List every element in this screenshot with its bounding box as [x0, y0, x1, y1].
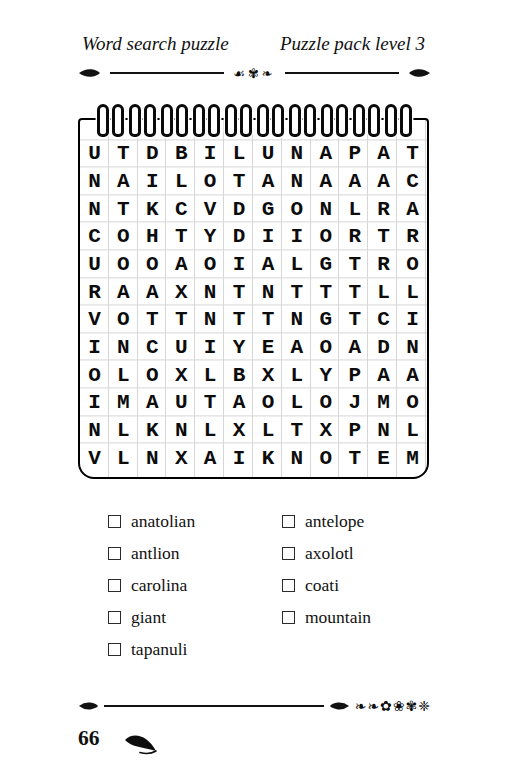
grid-cell-r10c4[interactable]: U — [167, 389, 196, 417]
binding-ring-7 — [289, 104, 316, 137]
binding-ring-2 — [129, 104, 156, 137]
grid-cell-r7c9[interactable]: G — [311, 306, 340, 334]
ring-loop-icon — [161, 104, 173, 137]
word-item-giant: giant — [108, 601, 282, 633]
grid-cell-r9c11[interactable]: A — [369, 361, 398, 389]
grid-cell-r10c1[interactable]: I — [80, 389, 109, 417]
grid-cell-r6c6[interactable]: T — [225, 278, 254, 306]
grid-cell-r11c9[interactable]: X — [311, 417, 340, 445]
grid-cell-r4c5[interactable]: Y — [196, 223, 225, 251]
binding-ring-3 — [161, 104, 188, 137]
pack-level-title: Puzzle pack level 3 — [280, 33, 425, 55]
word-label: giant — [131, 608, 166, 627]
ring-loop-icon — [208, 104, 220, 137]
grid-cell-r9c4[interactable]: X — [167, 361, 196, 389]
grid-cell-r5c7[interactable]: A — [253, 251, 282, 279]
ring-loop-icon — [97, 104, 109, 137]
grid-cell-r9c12[interactable]: A — [398, 361, 427, 389]
grid-cell-r5c6[interactable]: I — [225, 251, 254, 279]
binding-ring-6 — [257, 104, 284, 137]
grid-cell-r11c10[interactable]: P — [340, 417, 369, 445]
grid-cell-r12c4[interactable]: X — [167, 444, 196, 472]
grid-cell-r10c12[interactable]: O — [398, 389, 427, 417]
grid-cell-r10c3[interactable]: A — [138, 389, 167, 417]
grid-cell-r11c7[interactable]: L — [253, 417, 282, 445]
top-divider: ☙✾❧ — [78, 63, 431, 83]
grid-cell-r2c12[interactable]: C — [398, 168, 427, 196]
grid-cell-r2c8[interactable]: N — [282, 168, 311, 196]
ring-loop-icon — [112, 104, 124, 137]
grid-cell-r2c1[interactable]: N — [80, 168, 109, 196]
grid-cell-r6c2[interactable]: A — [109, 278, 138, 306]
grid-cell-r6c12[interactable]: L — [398, 278, 427, 306]
grid-cell-r12c3[interactable]: N — [138, 444, 167, 472]
divider-line — [110, 72, 224, 74]
grid-cell-r7c12[interactable]: I — [398, 306, 427, 334]
grid-cell-r11c4[interactable]: N — [167, 417, 196, 445]
grid-cell-r2c3[interactable]: I — [138, 168, 167, 196]
grid-cell-r7c2[interactable]: O — [109, 306, 138, 334]
grid-cell-r4c7[interactable]: I — [253, 223, 282, 251]
grid-cell-r10c11[interactable]: M — [369, 389, 398, 417]
ring-loop-icon — [225, 104, 237, 137]
grid-cell-r7c6[interactable]: T — [225, 306, 254, 334]
grid-cell-r1c2[interactable]: T — [109, 140, 138, 168]
grid-cell-r3c1[interactable]: N — [80, 195, 109, 223]
word-checkbox-mountain[interactable] — [282, 611, 295, 624]
grid-cell-r5c10[interactable]: T — [340, 251, 369, 279]
grid-cell-r11c1[interactable]: N — [80, 417, 109, 445]
grid-cell-r4c9[interactable]: O — [311, 223, 340, 251]
grid-cell-r10c8[interactable]: L — [282, 389, 311, 417]
word-label: tapanuli — [131, 640, 187, 659]
grid-cell-r4c8[interactable]: I — [282, 223, 311, 251]
grid-cell-r6c4[interactable]: X — [167, 278, 196, 306]
grid-cell-r1c12[interactable]: T — [398, 140, 427, 168]
grid-cell-r11c6[interactable]: X — [225, 417, 254, 445]
grid-cell-r12c5[interactable]: A — [196, 444, 225, 472]
grid-cell-r4c2[interactable]: O — [109, 223, 138, 251]
grid-cell-r3c7[interactable]: G — [253, 195, 282, 223]
grid-cell-r12c7[interactable]: K — [253, 444, 282, 472]
grid-cell-r8c12[interactable]: N — [398, 334, 427, 362]
grid-cell-r3c4[interactable]: C — [167, 195, 196, 223]
grid-cell-r10c2[interactable]: M — [109, 389, 138, 417]
grid-cell-r9c8[interactable]: L — [282, 361, 311, 389]
word-item-coati: coati — [282, 569, 371, 601]
grid-cell-r6c3[interactable]: A — [138, 278, 167, 306]
grid-cell-r10c7[interactable]: O — [253, 389, 282, 417]
word-label: anatolian — [131, 512, 195, 531]
word-label: coati — [305, 576, 339, 595]
ring-loop-icon — [368, 104, 380, 137]
grid-cell-r9c1[interactable]: O — [80, 361, 109, 389]
grid-cell-r2c10[interactable]: A — [340, 168, 369, 196]
grid-cell-r8c4[interactable]: U — [167, 334, 196, 362]
puzzle-page: Word search puzzle Puzzle pack level 3 ☙… — [0, 0, 505, 781]
grid-cell-r8c1[interactable]: I — [80, 334, 109, 362]
grid-cell-r7c5[interactable]: N — [196, 306, 225, 334]
page-title: Word search puzzle — [82, 33, 229, 55]
word-label: axolotl — [305, 544, 354, 563]
grid-cell-r2c4[interactable]: L — [167, 168, 196, 196]
grid-cell-r4c11[interactable]: T — [369, 223, 398, 251]
binding-ring-9 — [353, 104, 380, 137]
word-label: carolina — [131, 576, 187, 595]
grid-cell-r2c5[interactable]: O — [196, 168, 225, 196]
word-column-1: anatolianantlioncarolinagianttapanuli — [108, 505, 282, 665]
binding-ring-1 — [97, 104, 124, 137]
grid-cell-r6c7[interactable]: N — [253, 278, 282, 306]
leaf-icon — [78, 701, 99, 711]
grid-cell-r7c4[interactable]: T — [167, 306, 196, 334]
divider-line — [285, 72, 399, 74]
grid-cell-r5c2[interactable]: O — [109, 251, 138, 279]
ring-loop-icon — [289, 104, 301, 137]
grid-cell-r5c3[interactable]: O — [138, 251, 167, 279]
grid-cell-r8c2[interactable]: N — [109, 334, 138, 362]
word-item-mountain: mountain — [282, 601, 371, 633]
word-list: anatolianantlioncarolinagianttapanuli an… — [108, 505, 371, 665]
word-label: mountain — [305, 608, 371, 627]
grid-cell-r10c6[interactable]: A — [225, 389, 254, 417]
grid-cell-r8c10[interactable]: A — [340, 334, 369, 362]
grid-cell-r8c11[interactable]: D — [369, 334, 398, 362]
grid-cell-r1c7[interactable]: U — [253, 140, 282, 168]
grid-cell-r4c4[interactable]: T — [167, 223, 196, 251]
grid-cell-r6c11[interactable]: L — [369, 278, 398, 306]
grid-cell-r7c3[interactable]: T — [138, 306, 167, 334]
grid-cell-r12c10[interactable]: T — [340, 444, 369, 472]
grid-cell-r7c1[interactable]: V — [80, 306, 109, 334]
ring-loop-icon — [257, 104, 269, 137]
page-number: 66 — [78, 726, 100, 751]
grid-cell-r3c10[interactable]: L — [340, 195, 369, 223]
grid-cell-r2c6[interactable]: T — [225, 168, 254, 196]
grid-cell-r10c5[interactable]: T — [196, 389, 225, 417]
binding-ring-4 — [193, 104, 220, 137]
grid-cell-r3c6[interactable]: D — [225, 195, 254, 223]
grid-cell-r3c2[interactable]: T — [109, 195, 138, 223]
leaf-icon — [78, 68, 101, 78]
footer-divider: ❧❧✿❀✾❈ — [78, 696, 431, 716]
word-checkbox-anatolian[interactable] — [108, 515, 121, 528]
grid-cell-r11c8[interactable]: T — [282, 417, 311, 445]
word-checkbox-antelope[interactable] — [282, 515, 295, 528]
grid-cell-r12c9[interactable]: O — [311, 444, 340, 472]
ring-loop-icon — [385, 104, 397, 137]
word-checkbox-antlion[interactable] — [108, 547, 121, 560]
grid-cell-r1c4[interactable]: B — [167, 140, 196, 168]
flourish-ornament-icon: ❧❧✿❀✾❈ — [355, 699, 431, 713]
word-checkbox-giant[interactable] — [108, 611, 121, 624]
grid-cell-r11c2[interactable]: L — [109, 417, 138, 445]
grid-cell-r9c6[interactable]: B — [225, 361, 254, 389]
grid-cell-r2c7[interactable]: A — [253, 168, 282, 196]
grid-cell-r6c10[interactable]: T — [340, 278, 369, 306]
grid-cell-r11c3[interactable]: K — [138, 417, 167, 445]
binding-ring-8 — [321, 104, 348, 137]
word-item-anatolian: anatolian — [108, 505, 282, 537]
grid-cell-r7c8[interactable]: N — [282, 306, 311, 334]
grid-cell-r8c5[interactable]: I — [196, 334, 225, 362]
leaf-icon — [329, 701, 350, 711]
ring-loop-icon — [129, 104, 141, 137]
grid-cell-r5c4[interactable]: A — [167, 251, 196, 279]
grid-cell-r12c11[interactable]: E — [369, 444, 398, 472]
puzzle-board: UTDBILUNAPATNAILOTANAAACNTKCVDGONLRACOHT… — [78, 118, 429, 479]
grid-cell-r5c11[interactable]: R — [369, 251, 398, 279]
word-item-antelope: antelope — [282, 505, 371, 537]
word-column-2: antelopeaxolotlcoatimountain — [282, 505, 371, 665]
word-label: antlion — [131, 544, 180, 563]
grid-cell-r12c2[interactable]: L — [109, 444, 138, 472]
binding-ring-10 — [385, 104, 412, 137]
grid-cell-r1c6[interactable]: L — [225, 140, 254, 168]
grid-cell-r1c10[interactable]: P — [340, 140, 369, 168]
grid-cell-r8c7[interactable]: E — [253, 334, 282, 362]
ring-loop-icon — [240, 104, 252, 137]
grid-cell-r7c7[interactable]: T — [253, 306, 282, 334]
grid-cell-r8c8[interactable]: A — [282, 334, 311, 362]
grid-cell-r1c5[interactable]: I — [196, 140, 225, 168]
grid-cell-r11c5[interactable]: L — [196, 417, 225, 445]
word-item-axolotl: axolotl — [282, 537, 371, 569]
binding-ring-5 — [225, 104, 252, 137]
grid-cell-r10c9[interactable]: O — [311, 389, 340, 417]
grid-cell-r9c10[interactable]: P — [340, 361, 369, 389]
grid-cell-r6c5[interactable]: N — [196, 278, 225, 306]
ring-loop-icon — [400, 104, 412, 137]
grid-cell-r5c9[interactable]: G — [311, 251, 340, 279]
word-checkbox-tapanuli[interactable] — [108, 643, 121, 656]
ring-loop-icon — [336, 104, 348, 137]
grid-cell-r1c3[interactable]: D — [138, 140, 167, 168]
grid-cell-r3c12[interactable]: A — [398, 195, 427, 223]
grid-cell-r1c1[interactable]: U — [80, 140, 109, 168]
swirl-ornament-icon: ☙✾❧ — [233, 67, 275, 80]
grid-cell-r5c8[interactable]: L — [282, 251, 311, 279]
word-checkbox-axolotl[interactable] — [282, 547, 295, 560]
grid-cell-r5c5[interactable]: O — [196, 251, 225, 279]
grid-cell-r3c11[interactable]: R — [369, 195, 398, 223]
grid-cell-r6c9[interactable]: T — [311, 278, 340, 306]
grid-cell-r3c3[interactable]: K — [138, 195, 167, 223]
grid-cell-r3c5[interactable]: V — [196, 195, 225, 223]
grid-cell-r4c6[interactable]: D — [225, 223, 254, 251]
grid-cell-r9c3[interactable]: O — [138, 361, 167, 389]
grid-cell-r4c3[interactable]: H — [138, 223, 167, 251]
grid-cell-r11c11[interactable]: N — [369, 417, 398, 445]
grid-cell-r6c1[interactable]: R — [80, 278, 109, 306]
grid-cell-r11c12[interactable]: L — [398, 417, 427, 445]
word-label: antelope — [305, 512, 364, 531]
grid-cell-r8c9[interactable]: O — [311, 334, 340, 362]
grid-cell-r12c1[interactable]: V — [80, 444, 109, 472]
grid-cell-r4c1[interactable]: C — [80, 223, 109, 251]
grid-cell-r5c1[interactable]: U — [80, 251, 109, 279]
grid-cell-r3c8[interactable]: O — [282, 195, 311, 223]
grid-cell-r4c10[interactable]: R — [340, 223, 369, 251]
ring-loop-icon — [144, 104, 156, 137]
grid-cell-r12c6[interactable]: I — [225, 444, 254, 472]
grid-cell-r4c12[interactable]: R — [398, 223, 427, 251]
grid-cell-r9c2[interactable]: L — [109, 361, 138, 389]
leaf-icon — [408, 68, 431, 78]
grid-cell-r2c2[interactable]: A — [109, 168, 138, 196]
word-checkbox-carolina[interactable] — [108, 579, 121, 592]
grid-cell-r2c9[interactable]: A — [311, 168, 340, 196]
grid-cell-r10c10[interactable]: J — [340, 389, 369, 417]
divider-line — [104, 705, 324, 707]
grid-cell-r1c8[interactable]: N — [282, 140, 311, 168]
leaf-quill-icon — [122, 731, 162, 759]
grid-cell-r8c6[interactable]: Y — [225, 334, 254, 362]
letter-grid: UTDBILUNAPATNAILOTANAAACNTKCVDGONLRACOHT… — [80, 140, 427, 472]
grid-cell-r3c9[interactable]: N — [311, 195, 340, 223]
grid-cell-r12c12[interactable]: M — [398, 444, 427, 472]
ring-loop-icon — [176, 104, 188, 137]
grid-cell-r2c11[interactable]: A — [369, 168, 398, 196]
word-checkbox-coati[interactable] — [282, 579, 295, 592]
word-item-tapanuli: tapanuli — [108, 633, 282, 665]
grid-cell-r9c5[interactable]: L — [196, 361, 225, 389]
grid-cell-r1c11[interactable]: A — [369, 140, 398, 168]
grid-cell-r9c9[interactable]: Y — [311, 361, 340, 389]
grid-cell-r9c7[interactable]: X — [253, 361, 282, 389]
grid-cell-r7c11[interactable]: C — [369, 306, 398, 334]
word-item-antlion: antlion — [108, 537, 282, 569]
grid-cell-r12c8[interactable]: N — [282, 444, 311, 472]
ring-loop-icon — [304, 104, 316, 137]
grid-cell-r5c12[interactable]: O — [398, 251, 427, 279]
grid-cell-r1c9[interactable]: A — [311, 140, 340, 168]
grid-cell-r8c3[interactable]: C — [138, 334, 167, 362]
grid-cell-r6c8[interactable]: T — [282, 278, 311, 306]
grid-cell-r7c10[interactable]: T — [340, 306, 369, 334]
ring-loop-icon — [193, 104, 205, 137]
spiral-binding — [97, 104, 412, 137]
ring-loop-icon — [353, 104, 365, 137]
ring-loop-icon — [272, 104, 284, 137]
word-item-carolina: carolina — [108, 569, 282, 601]
ring-loop-icon — [321, 104, 333, 137]
